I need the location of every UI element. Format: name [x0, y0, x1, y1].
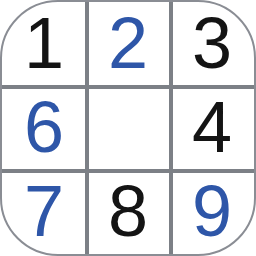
sudoku-cell-r0c0[interactable]: 1: [2, 2, 86, 86]
screen-background: 1 2 3 6 4 7 8 9: [0, 0, 256, 256]
sudoku-cell-r2c2[interactable]: 9: [170, 170, 254, 254]
sudoku-cell-r1c0[interactable]: 6: [2, 86, 86, 170]
sudoku-cell-r1c1-empty[interactable]: [86, 86, 170, 170]
sudoku-cell-r1c2[interactable]: 4: [170, 86, 254, 170]
sudoku-board: 1 2 3 6 4 7 8 9: [2, 2, 254, 254]
sudoku-cell-r0c1[interactable]: 2: [86, 2, 170, 86]
sudoku-cell-r2c0[interactable]: 7: [2, 170, 86, 254]
sudoku-cell-r0c2[interactable]: 3: [170, 2, 254, 86]
sudoku-app-icon[interactable]: 1 2 3 6 4 7 8 9: [0, 0, 256, 256]
sudoku-cell-r2c1[interactable]: 8: [86, 170, 170, 254]
